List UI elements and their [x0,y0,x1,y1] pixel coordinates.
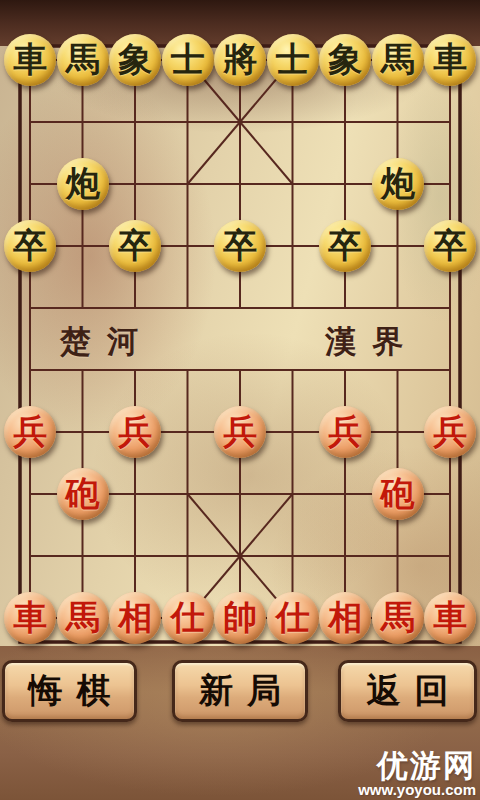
piece-red-advisor[interactable]: 仕 [267,592,319,644]
piece-red-cannon[interactable]: 砲 [372,468,424,520]
piece-red-horse[interactable]: 馬 [57,592,109,644]
undo-move-button[interactable]: 悔棋 [2,660,137,722]
piece-black-elephant[interactable]: 象 [109,34,161,86]
piece-black-soldier[interactable]: 卒 [424,220,476,272]
piece-red-chariot[interactable]: 車 [4,592,56,644]
piece-red-soldier[interactable]: 兵 [424,406,476,458]
watermark-site-url: www.yoyou.com [358,782,476,798]
piece-black-cannon[interactable]: 炮 [372,158,424,210]
piece-black-advisor[interactable]: 士 [162,34,214,86]
piece-red-horse[interactable]: 馬 [372,592,424,644]
piece-black-elephant[interactable]: 象 [319,34,371,86]
board-grid[interactable]: 車馬象士將士象馬車炮炮卒卒卒卒卒兵兵兵兵兵砲砲車馬相仕帥仕相馬車 [4,29,477,649]
piece-black-horse[interactable]: 馬 [57,34,109,86]
piece-red-chariot[interactable]: 車 [424,592,476,644]
piece-black-soldier[interactable]: 卒 [319,220,371,272]
piece-black-chariot[interactable]: 車 [424,34,476,86]
piece-black-soldier[interactable]: 卒 [214,220,266,272]
piece-black-general[interactable]: 將 [214,34,266,86]
watermark: 优游网 www.yoyou.com [358,750,476,798]
piece-black-soldier[interactable]: 卒 [109,220,161,272]
new-game-button[interactable]: 新局 [172,660,308,722]
piece-red-cannon[interactable]: 砲 [57,468,109,520]
piece-red-advisor[interactable]: 仕 [162,592,214,644]
back-button[interactable]: 返回 [338,660,477,722]
piece-red-elephant[interactable]: 相 [319,592,371,644]
piece-red-elephant[interactable]: 相 [109,592,161,644]
piece-red-soldier[interactable]: 兵 [4,406,56,458]
piece-red-soldier[interactable]: 兵 [319,406,371,458]
piece-black-chariot[interactable]: 車 [4,34,56,86]
piece-red-soldier[interactable]: 兵 [109,406,161,458]
piece-black-horse[interactable]: 馬 [372,34,424,86]
piece-red-soldier[interactable]: 兵 [214,406,266,458]
xiangqi-app-screen: 楚河 漢界 車馬象士將士象馬車炮炮卒卒卒卒卒兵兵兵兵兵砲砲車馬相仕帥仕相馬車 悔… [0,0,480,800]
piece-black-cannon[interactable]: 炮 [57,158,109,210]
piece-black-advisor[interactable]: 士 [267,34,319,86]
piece-black-soldier[interactable]: 卒 [4,220,56,272]
watermark-site-name: 优游网 [358,750,476,783]
piece-red-general[interactable]: 帥 [214,592,266,644]
